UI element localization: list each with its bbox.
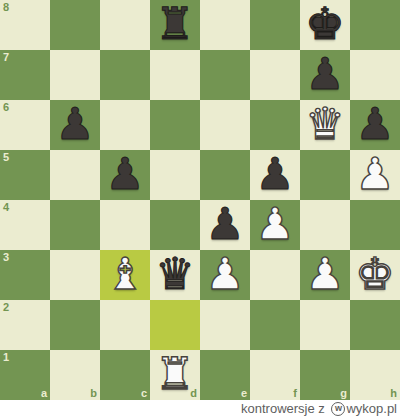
chess-board: 8♜♚7♟6♟♛♟5♟♟♟4♟♟3♝♛♟♟♚21abcd♜efgh <box>0 0 400 400</box>
square-g6[interactable]: ♛ <box>300 100 350 150</box>
square-a2[interactable]: 2 <box>0 300 50 350</box>
white-rook[interactable]: ♜ <box>155 349 194 399</box>
square-d4[interactable] <box>150 200 200 250</box>
caption-text: kontrowersje z <box>241 400 328 417</box>
square-d2[interactable] <box>150 300 200 350</box>
caption-bar: kontrowersje z w wykop.pl <box>0 400 400 417</box>
square-f5[interactable]: ♟ <box>250 150 300 200</box>
white-pawn[interactable]: ♟ <box>305 249 344 299</box>
caption-site: wykop.pl <box>346 400 397 417</box>
black-king[interactable]: ♚ <box>305 0 344 49</box>
square-f3[interactable] <box>250 250 300 300</box>
square-h6[interactable]: ♟ <box>350 100 400 150</box>
square-h4[interactable] <box>350 200 400 250</box>
square-b4[interactable] <box>50 200 100 250</box>
square-c5[interactable]: ♟ <box>100 150 150 200</box>
square-c4[interactable] <box>100 200 150 250</box>
white-pawn[interactable]: ♟ <box>355 149 394 199</box>
square-b5[interactable] <box>50 150 100 200</box>
square-h2[interactable] <box>350 300 400 350</box>
rank-label-2: 2 <box>3 302 9 313</box>
square-c1[interactable]: c <box>100 350 150 400</box>
square-e6[interactable] <box>200 100 250 150</box>
square-b7[interactable] <box>50 50 100 100</box>
square-d7[interactable] <box>150 50 200 100</box>
square-f2[interactable] <box>250 300 300 350</box>
square-h1[interactable]: h <box>350 350 400 400</box>
square-g4[interactable] <box>300 200 350 250</box>
file-label-f: f <box>293 388 297 399</box>
file-label-a: a <box>41 388 47 399</box>
black-pawn[interactable]: ♟ <box>355 99 394 149</box>
square-b2[interactable] <box>50 300 100 350</box>
square-f7[interactable] <box>250 50 300 100</box>
square-c8[interactable] <box>100 0 150 50</box>
square-f1[interactable]: f <box>250 350 300 400</box>
square-c3[interactable]: ♝ <box>100 250 150 300</box>
square-e1[interactable]: e <box>200 350 250 400</box>
rank-label-3: 3 <box>3 252 9 263</box>
square-e8[interactable] <box>200 0 250 50</box>
square-d5[interactable] <box>150 150 200 200</box>
square-g7[interactable]: ♟ <box>300 50 350 100</box>
square-e7[interactable] <box>200 50 250 100</box>
square-a6[interactable]: 6 <box>0 100 50 150</box>
rank-label-5: 5 <box>3 152 9 163</box>
square-e3[interactable]: ♟ <box>200 250 250 300</box>
square-f4[interactable]: ♟ <box>250 200 300 250</box>
black-pawn[interactable]: ♟ <box>305 49 344 99</box>
square-g3[interactable]: ♟ <box>300 250 350 300</box>
square-h5[interactable]: ♟ <box>350 150 400 200</box>
file-label-h: h <box>390 388 397 399</box>
square-h7[interactable] <box>350 50 400 100</box>
square-d8[interactable]: ♜ <box>150 0 200 50</box>
black-pawn[interactable]: ♟ <box>205 199 244 249</box>
square-g2[interactable] <box>300 300 350 350</box>
square-b6[interactable]: ♟ <box>50 100 100 150</box>
square-b1[interactable]: b <box>50 350 100 400</box>
file-label-e: e <box>241 388 247 399</box>
square-d1[interactable]: d♜ <box>150 350 200 400</box>
square-a1[interactable]: 1a <box>0 350 50 400</box>
square-g1[interactable]: g <box>300 350 350 400</box>
square-c2[interactable] <box>100 300 150 350</box>
square-a8[interactable]: 8 <box>0 0 50 50</box>
square-f8[interactable] <box>250 0 300 50</box>
black-queen[interactable]: ♛ <box>155 249 194 299</box>
file-label-g: g <box>340 388 347 399</box>
square-e5[interactable] <box>200 150 250 200</box>
square-a3[interactable]: 3 <box>0 250 50 300</box>
rank-label-8: 8 <box>3 2 9 13</box>
square-f6[interactable] <box>250 100 300 150</box>
square-e4[interactable]: ♟ <box>200 200 250 250</box>
black-pawn[interactable]: ♟ <box>105 149 144 199</box>
white-pawn[interactable]: ♟ <box>205 249 244 299</box>
square-g8[interactable]: ♚ <box>300 0 350 50</box>
rank-label-4: 4 <box>3 202 9 213</box>
black-rook[interactable]: ♜ <box>155 0 194 49</box>
wykop-logo-letter: w <box>335 400 342 417</box>
square-b8[interactable] <box>50 0 100 50</box>
square-a4[interactable]: 4 <box>0 200 50 250</box>
square-b3[interactable] <box>50 250 100 300</box>
rank-label-6: 6 <box>3 102 9 113</box>
square-a5[interactable]: 5 <box>0 150 50 200</box>
white-pawn[interactable]: ♟ <box>255 199 294 249</box>
square-e2[interactable] <box>200 300 250 350</box>
rank-label-1: 1 <box>3 352 9 363</box>
file-label-c: c <box>141 388 147 399</box>
square-h3[interactable]: ♚ <box>350 250 400 300</box>
white-bishop[interactable]: ♝ <box>105 249 144 299</box>
square-d6[interactable] <box>150 100 200 150</box>
black-pawn[interactable]: ♟ <box>55 99 94 149</box>
square-c6[interactable] <box>100 100 150 150</box>
square-g5[interactable] <box>300 150 350 200</box>
square-d3[interactable]: ♛ <box>150 250 200 300</box>
white-queen[interactable]: ♛ <box>305 99 344 149</box>
white-king[interactable]: ♚ <box>355 249 394 299</box>
wykop-logo-icon: w <box>331 402 345 416</box>
rank-label-7: 7 <box>3 52 9 63</box>
square-a7[interactable]: 7 <box>0 50 50 100</box>
square-h8[interactable] <box>350 0 400 50</box>
black-pawn[interactable]: ♟ <box>255 149 294 199</box>
file-label-b: b <box>90 388 97 399</box>
square-c7[interactable] <box>100 50 150 100</box>
